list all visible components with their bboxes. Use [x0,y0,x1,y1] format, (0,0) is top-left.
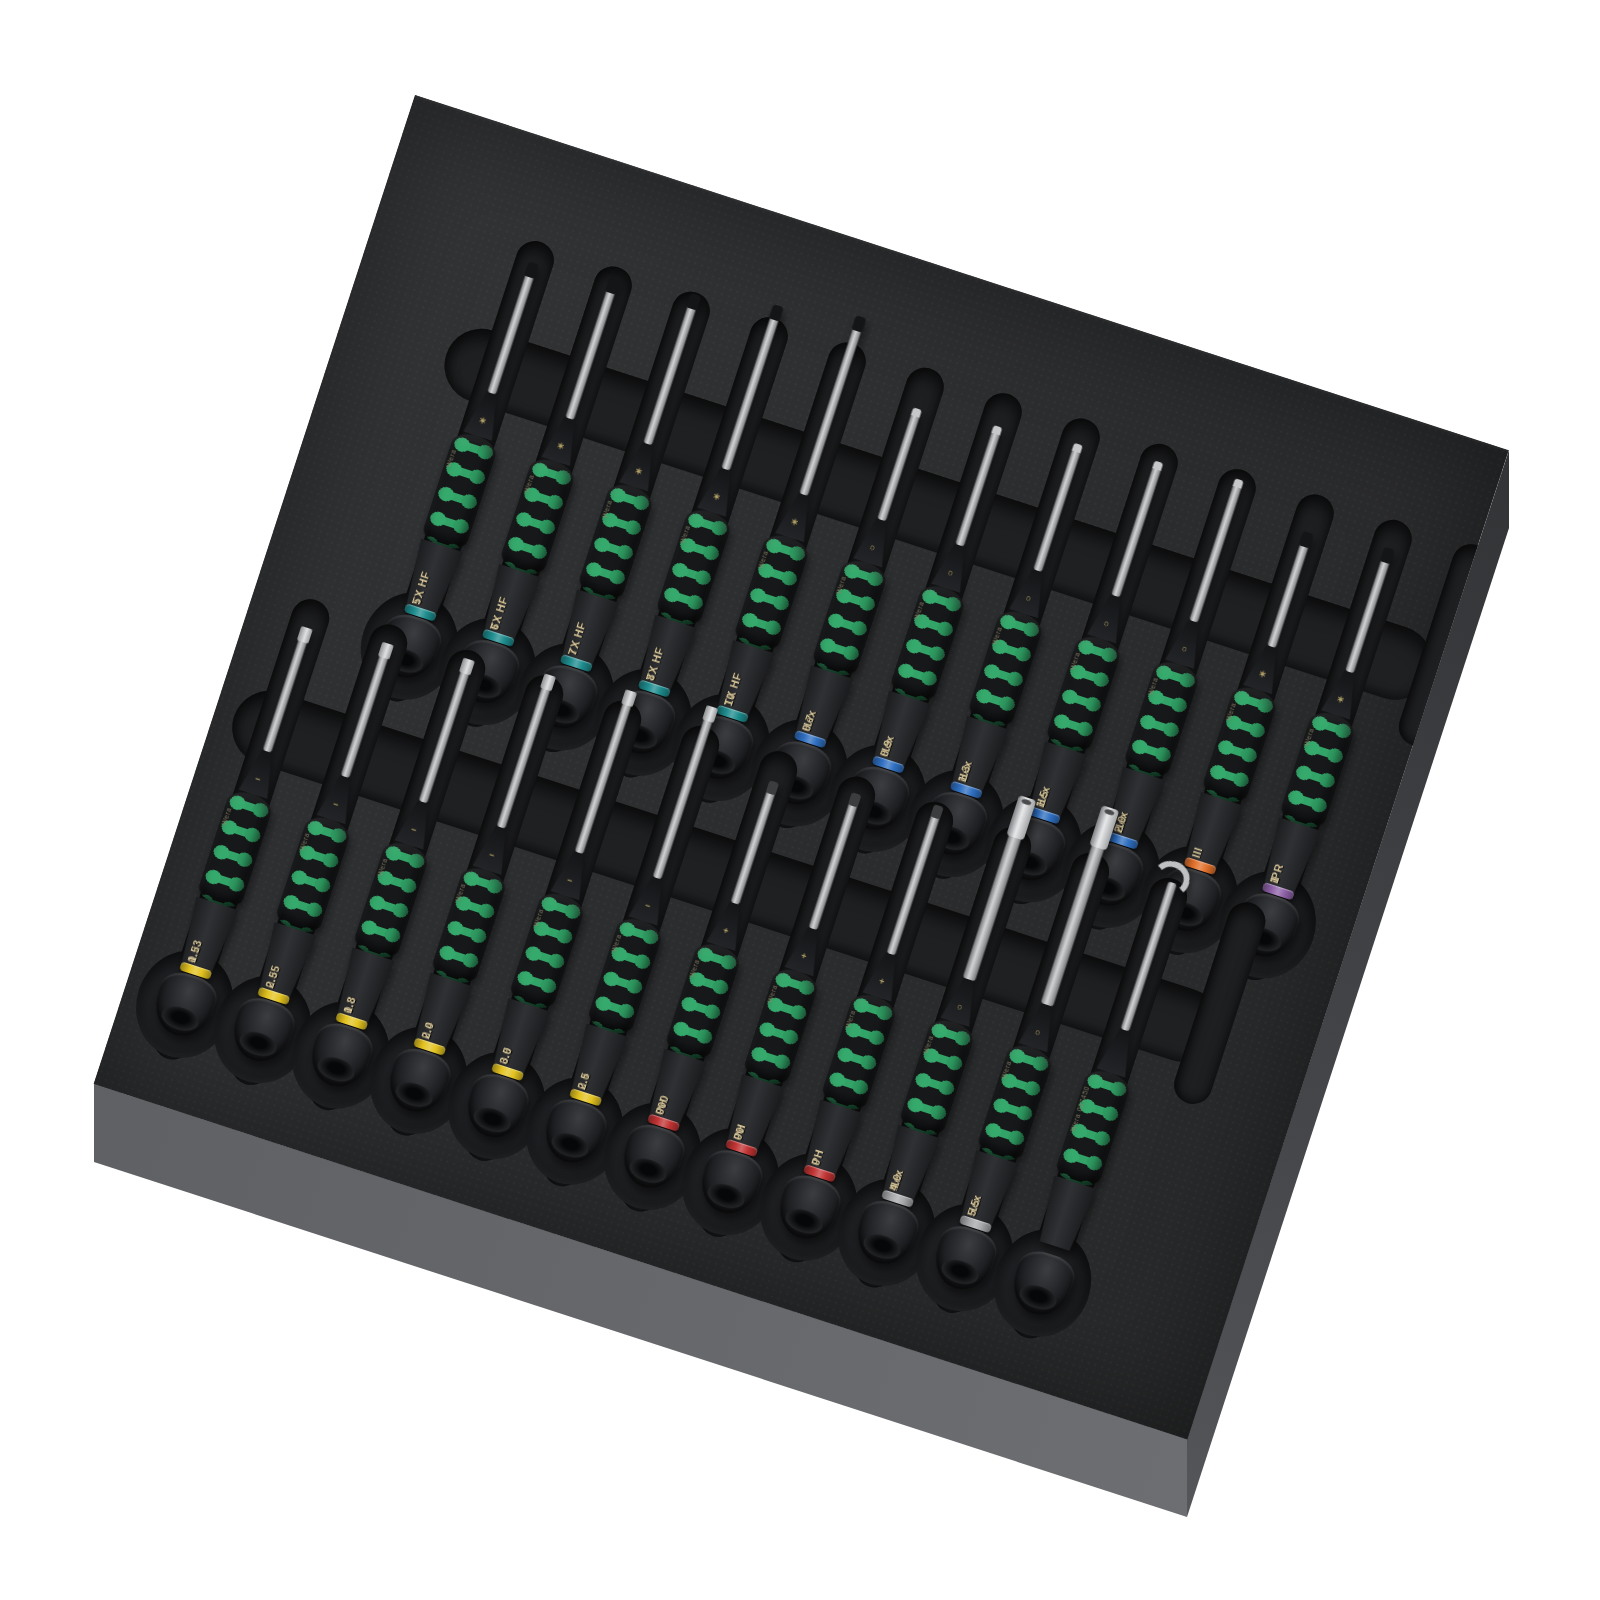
size-marking: IPR1 [1280,828,1299,885]
handle-grip-kraftform [664,939,743,1063]
shaft [263,638,308,753]
size-marking: TX HF8 [656,625,675,682]
torx-tip-icon [605,277,620,295]
size-marking: 0.42.5 [588,1034,607,1091]
handle-grip-kraftform [742,964,821,1088]
handle-grip-kraftform [732,530,811,654]
handle-grip-kraftform [196,787,275,911]
product-photo-scene: ✶TX HF5Wera✶TX HF6Wera✶TX HF7Wera✶TX HF8… [0,0,1600,1600]
shaft [877,412,920,521]
shaft [731,790,776,905]
handle-grip-kraftform [897,1015,976,1139]
handle-grip-kraftform [576,480,655,604]
size-marking: TX HF7 [578,600,597,657]
phillips-tip-icon [930,804,944,819]
shaft [1033,448,1081,573]
handle-grip-kraftform [508,888,587,1012]
handle-grip-kraftform [1200,682,1279,806]
size-marking: Hex2.0 [1124,777,1143,834]
handle-grip-kraftform [1278,708,1357,832]
handle-grip-kraftform [654,505,733,629]
size-marking: TX HF10 [734,651,753,708]
size-marking: PH0 [822,1110,841,1167]
shaft [1345,558,1390,673]
shaft [955,430,1001,547]
size-marking: 0.42.0 [432,983,451,1040]
torx-tip-icon [851,315,866,333]
shaft [487,273,534,395]
size-marking: Hex0.7 [812,676,831,733]
size-marking: 0.231.5 [198,907,217,964]
size-marking: Hex5.5 [978,1161,997,1218]
handle-grip-kraftform [966,606,1045,730]
size-marking: PH00 [744,1085,763,1142]
slotted-tip-icon [378,642,394,660]
handle-grip-kraftform [586,914,665,1038]
size-marking: Hex0.9 [890,701,909,758]
handle-grip-kraftform [498,454,577,578]
size-marking: III [1202,803,1221,860]
handle-grip-kraftform [420,429,499,553]
handle-grip-kraftform [274,812,353,936]
torx-tip-icon [769,304,784,322]
handle-grip-kraftform [1044,632,1123,756]
shaft [341,654,389,779]
handle-grip-kraftform [888,581,967,705]
size-marking: TX HF6 [500,575,519,632]
microstix-tip-icon [1299,531,1314,549]
size-marking: 0.31.8 [354,958,373,1015]
handle-grip-kraftform [430,863,509,987]
torx-tip-icon [524,261,539,279]
size-marking: Hex1.3 [968,727,987,784]
handle-grip-kraftform [1122,657,1201,781]
handle-grip-kraftform [352,838,431,962]
handle-grip-kraftform [810,556,889,680]
size-marking: 0.352.5 [276,933,295,990]
handle-grip-kraftform [975,1040,1054,1164]
shaft [1267,543,1309,648]
size-marking: PH000 [666,1059,685,1116]
phillips-tip-icon [766,780,780,795]
phillips-tip-icon [848,792,862,807]
handle-grip-kraftform [820,990,899,1114]
slotted-tip-icon [297,626,313,644]
handle-grip-kraftform [1053,1066,1132,1190]
size-marking: Hex4.0 [900,1135,919,1192]
foam-tray-top: ✶TX HF5Wera✶TX HF6Wera✶TX HF7Wera✶TX HF8… [94,95,1509,1439]
size-marking: TX HF5 [422,549,441,606]
torx-plus-tip-icon [1380,547,1395,565]
size-marking: Hex1.5 [1046,752,1065,809]
size-marking: 0.53.0 [510,1009,529,1066]
handle-cone [1033,1175,1097,1253]
